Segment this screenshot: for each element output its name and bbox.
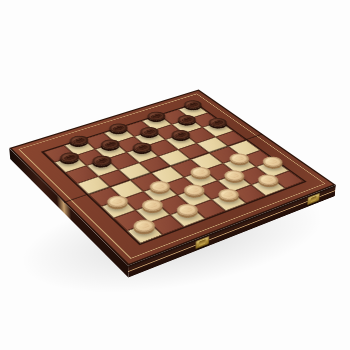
light-piece[interactable]: ⛀	[146, 179, 173, 194]
light-piece[interactable]: ⛀	[215, 187, 243, 202]
light-piece[interactable]: ⛀	[221, 169, 248, 184]
product-photo-scene: ⛂⛂⛂⛂⛂⛂⛂⛂⛂⛂⛂⛂⛀⛀⛀⛀⛀⛀⛀⛀⛀⛀⛀⛀	[0, 0, 350, 350]
